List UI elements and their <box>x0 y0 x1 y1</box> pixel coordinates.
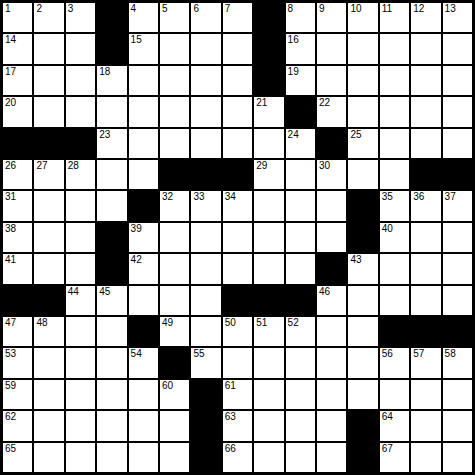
clue-number: 65 <box>5 443 16 455</box>
clue-number: 14 <box>5 34 16 46</box>
grid-cell[interactable] <box>129 411 158 440</box>
grid-cell[interactable]: 20 <box>3 97 32 126</box>
grid-cell[interactable]: 5 <box>160 3 189 32</box>
black-square <box>129 191 158 220</box>
grid-cell[interactable]: 52 <box>286 317 315 346</box>
grid-cell[interactable] <box>191 129 220 158</box>
grid-cell[interactable]: 2 <box>34 3 63 32</box>
grid-cell[interactable] <box>129 443 158 472</box>
grid-cell[interactable] <box>411 34 440 63</box>
grid-cell[interactable] <box>380 66 409 95</box>
grid-cell[interactable]: 50 <box>223 317 252 346</box>
clue-number: 32 <box>162 191 173 203</box>
grid-cell[interactable]: 61 <box>223 380 252 409</box>
clue-number: 47 <box>5 317 16 329</box>
grid-cell[interactable] <box>66 380 95 409</box>
grid-cell[interactable]: 8 <box>286 3 315 32</box>
grid-cell[interactable] <box>443 129 472 158</box>
clue-number: 48 <box>36 317 47 329</box>
grid-cell[interactable] <box>34 34 63 63</box>
grid-cell[interactable] <box>443 97 472 126</box>
clue-number: 7 <box>225 3 231 15</box>
clue-number: 45 <box>99 286 110 298</box>
clue-number: 20 <box>5 97 16 109</box>
grid-cell[interactable] <box>443 66 472 95</box>
grid-cell[interactable]: 11 <box>380 3 409 32</box>
grid-cell[interactable]: 37 <box>443 191 472 220</box>
grid-cell[interactable] <box>411 223 440 252</box>
black-square <box>348 191 377 220</box>
clue-number: 26 <box>5 160 16 172</box>
clue-number: 51 <box>256 317 267 329</box>
clue-number: 17 <box>5 66 16 78</box>
black-square <box>191 443 220 472</box>
grid-cell[interactable]: 27 <box>34 160 63 189</box>
black-square <box>97 3 126 32</box>
grid-cell[interactable]: 47 <box>3 317 32 346</box>
grid-cell[interactable] <box>97 97 126 126</box>
clue-number: 10 <box>350 3 361 15</box>
grid-cell[interactable] <box>380 160 409 189</box>
grid-cell[interactable]: 17 <box>3 66 32 95</box>
grid-cell[interactable] <box>223 66 252 95</box>
clue-number: 41 <box>5 254 16 266</box>
clue-number: 50 <box>225 317 236 329</box>
grid-cell[interactable]: 15 <box>129 34 158 63</box>
clue-number: 58 <box>445 348 456 360</box>
black-square <box>411 317 440 346</box>
grid-cell[interactable] <box>66 254 95 283</box>
grid-cell[interactable] <box>443 380 472 409</box>
grid-cell[interactable]: 60 <box>160 380 189 409</box>
black-square <box>317 254 346 283</box>
clue-number: 23 <box>99 129 110 141</box>
clue-number: 49 <box>162 317 173 329</box>
grid-cell[interactable]: 34 <box>223 191 252 220</box>
grid-cell[interactable]: 41 <box>3 254 32 283</box>
clue-number: 4 <box>131 3 137 15</box>
grid-cell[interactable] <box>348 348 377 377</box>
clue-number: 29 <box>256 160 267 172</box>
clue-number: 44 <box>68 286 79 298</box>
grid-cell[interactable] <box>191 66 220 95</box>
grid-cell[interactable] <box>254 223 283 252</box>
grid-cell[interactable] <box>97 317 126 346</box>
black-square <box>317 129 346 158</box>
grid-cell[interactable]: 57 <box>411 348 440 377</box>
grid-cell[interactable] <box>129 97 158 126</box>
grid-cell[interactable]: 30 <box>317 160 346 189</box>
clue-number: 67 <box>382 443 393 455</box>
grid-cell[interactable] <box>317 66 346 95</box>
grid-cell[interactable] <box>286 411 315 440</box>
grid-cell[interactable] <box>66 34 95 63</box>
grid-cell[interactable] <box>286 160 315 189</box>
clue-number: 43 <box>350 254 361 266</box>
grid-cell[interactable] <box>348 286 377 315</box>
black-square <box>223 160 252 189</box>
black-square <box>97 223 126 252</box>
black-square <box>34 286 63 315</box>
grid-cell[interactable] <box>66 411 95 440</box>
grid-cell[interactable]: 14 <box>3 34 32 63</box>
clue-number: 15 <box>131 34 142 46</box>
grid-cell[interactable]: 10 <box>348 3 377 32</box>
grid-cell[interactable] <box>34 66 63 95</box>
grid-cell[interactable] <box>160 443 189 472</box>
clue-number: 63 <box>225 411 236 423</box>
grid-cell[interactable] <box>380 34 409 63</box>
black-square <box>443 317 472 346</box>
grid-cell[interactable] <box>443 286 472 315</box>
black-square <box>286 286 315 315</box>
clue-number: 66 <box>225 443 236 455</box>
grid-cell[interactable] <box>66 317 95 346</box>
grid-cell[interactable] <box>223 254 252 283</box>
grid-cell[interactable]: 62 <box>3 411 32 440</box>
grid-cell[interactable]: 29 <box>254 160 283 189</box>
grid-cell[interactable] <box>254 129 283 158</box>
clue-number: 36 <box>413 191 424 203</box>
grid-cell[interactable]: 39 <box>129 223 158 252</box>
grid-cell[interactable] <box>129 129 158 158</box>
grid-cell[interactable] <box>254 380 283 409</box>
grid-cell[interactable]: 23 <box>97 129 126 158</box>
grid-cell[interactable] <box>66 66 95 95</box>
grid-cell[interactable]: 65 <box>3 443 32 472</box>
clue-number: 22 <box>319 97 330 109</box>
grid-cell[interactable]: 64 <box>380 411 409 440</box>
grid-cell[interactable]: 66 <box>223 443 252 472</box>
grid-cell[interactable]: 59 <box>3 380 32 409</box>
grid-cell[interactable] <box>411 443 440 472</box>
grid-cell[interactable]: 12 <box>411 3 440 32</box>
grid-cell[interactable] <box>191 97 220 126</box>
grid-cell[interactable]: 9 <box>317 3 346 32</box>
grid-cell[interactable] <box>380 254 409 283</box>
grid-cell[interactable]: 1 <box>3 3 32 32</box>
grid-cell[interactable] <box>317 380 346 409</box>
grid-cell[interactable] <box>254 443 283 472</box>
black-square <box>160 160 189 189</box>
clue-number: 27 <box>36 160 47 172</box>
black-square <box>3 129 32 158</box>
clue-number: 52 <box>288 317 299 329</box>
grid-cell[interactable] <box>348 66 377 95</box>
crossword-board: 1234567891011121314151617181920212223242… <box>0 0 475 475</box>
clue-number: 33 <box>193 191 204 203</box>
grid-cell[interactable] <box>348 34 377 63</box>
grid-cell[interactable]: 45 <box>97 286 126 315</box>
grid-cell[interactable]: 4 <box>129 3 158 32</box>
grid-cell[interactable]: 48 <box>34 317 63 346</box>
black-square <box>348 223 377 252</box>
grid-cell[interactable] <box>34 443 63 472</box>
clue-number: 39 <box>131 223 142 235</box>
grid-cell[interactable] <box>223 97 252 126</box>
grid-cell[interactable] <box>254 254 283 283</box>
grid-cell[interactable]: 16 <box>286 34 315 63</box>
grid-cell[interactable] <box>411 411 440 440</box>
grid-cell[interactable] <box>348 97 377 126</box>
black-square <box>254 34 283 63</box>
grid-cell[interactable] <box>223 34 252 63</box>
grid-cell[interactable] <box>380 380 409 409</box>
grid-cell[interactable] <box>160 66 189 95</box>
grid-cell[interactable]: 36 <box>411 191 440 220</box>
grid-cell[interactable] <box>317 34 346 63</box>
grid-cell[interactable]: 7 <box>223 3 252 32</box>
grid-cell[interactable]: 18 <box>97 66 126 95</box>
grid-cell[interactable] <box>34 97 63 126</box>
clue-number: 19 <box>288 66 299 78</box>
grid-cell[interactable]: 63 <box>223 411 252 440</box>
grid-cell[interactable] <box>129 160 158 189</box>
black-square <box>160 348 189 377</box>
grid-cell[interactable] <box>97 348 126 377</box>
clue-number: 34 <box>225 191 236 203</box>
grid-cell[interactable] <box>129 380 158 409</box>
grid-cell[interactable] <box>97 380 126 409</box>
clue-number: 21 <box>256 97 267 109</box>
grid-cell[interactable] <box>317 348 346 377</box>
grid-cell[interactable] <box>191 286 220 315</box>
grid-cell[interactable]: 49 <box>160 317 189 346</box>
black-square <box>286 97 315 126</box>
clue-number: 55 <box>193 348 204 360</box>
grid-cell[interactable]: 21 <box>254 97 283 126</box>
black-square <box>380 317 409 346</box>
grid-cell[interactable] <box>66 191 95 220</box>
black-square <box>191 380 220 409</box>
clue-number: 11 <box>382 3 392 15</box>
grid-cell[interactable]: 25 <box>348 129 377 158</box>
grid-cell[interactable] <box>160 223 189 252</box>
grid-cell[interactable] <box>66 443 95 472</box>
grid-cell[interactable] <box>160 411 189 440</box>
grid-cell[interactable] <box>97 411 126 440</box>
clue-number: 62 <box>5 411 16 423</box>
clue-number: 2 <box>36 3 42 15</box>
grid-cell[interactable] <box>317 411 346 440</box>
grid-cell[interactable] <box>443 223 472 252</box>
grid-cell[interactable] <box>443 34 472 63</box>
grid-cell[interactable] <box>317 317 346 346</box>
grid-cell[interactable] <box>191 317 220 346</box>
grid-cell[interactable]: 42 <box>129 254 158 283</box>
grid-cell[interactable] <box>254 348 283 377</box>
grid-cell[interactable] <box>34 380 63 409</box>
grid-cell[interactable] <box>317 223 346 252</box>
grid-cell[interactable] <box>254 191 283 220</box>
clue-number: 28 <box>68 160 79 172</box>
grid-cell[interactable] <box>348 317 377 346</box>
grid-cell[interactable] <box>160 129 189 158</box>
grid-cell[interactable] <box>34 223 63 252</box>
grid-cell[interactable] <box>286 380 315 409</box>
grid-cell[interactable] <box>66 223 95 252</box>
grid-cell[interactable]: 67 <box>380 443 409 472</box>
grid-cell[interactable]: 44 <box>66 286 95 315</box>
grid-cell[interactable]: 35 <box>380 191 409 220</box>
clue-number: 59 <box>5 380 16 392</box>
grid-cell[interactable] <box>97 443 126 472</box>
grid-cell[interactable]: 33 <box>191 191 220 220</box>
grid-cell[interactable]: 38 <box>3 223 32 252</box>
grid-cell[interactable]: 54 <box>129 348 158 377</box>
grid-cell[interactable] <box>97 160 126 189</box>
grid-cell[interactable] <box>348 380 377 409</box>
grid-cell[interactable] <box>223 348 252 377</box>
grid-cell[interactable]: 19 <box>286 66 315 95</box>
grid-cell[interactable]: 6 <box>191 3 220 32</box>
black-square <box>129 317 158 346</box>
black-square <box>443 160 472 189</box>
clue-number: 42 <box>131 254 142 266</box>
grid-cell[interactable] <box>286 223 315 252</box>
black-square <box>223 286 252 315</box>
grid-cell[interactable]: 53 <box>3 348 32 377</box>
clue-number: 35 <box>382 191 393 203</box>
clue-number: 16 <box>288 34 299 46</box>
grid-cell[interactable] <box>34 254 63 283</box>
black-square <box>34 129 63 158</box>
grid-cell[interactable] <box>317 191 346 220</box>
grid-cell[interactable] <box>160 97 189 126</box>
grid-cell[interactable] <box>380 129 409 158</box>
grid-cell[interactable] <box>380 286 409 315</box>
grid-cell[interactable] <box>348 160 377 189</box>
grid-cell[interactable]: 56 <box>380 348 409 377</box>
grid-cell[interactable] <box>34 191 63 220</box>
grid-cell[interactable]: 26 <box>3 160 32 189</box>
grid-cell[interactable] <box>286 254 315 283</box>
clue-number: 5 <box>162 3 168 15</box>
grid-cell[interactable] <box>191 223 220 252</box>
grid-cell[interactable] <box>66 97 95 126</box>
grid-cell[interactable] <box>411 380 440 409</box>
grid-cell[interactable] <box>129 286 158 315</box>
clue-number: 40 <box>382 223 393 235</box>
grid-cell[interactable] <box>443 443 472 472</box>
grid-cell[interactable] <box>160 286 189 315</box>
clue-number: 8 <box>288 3 294 15</box>
grid-cell[interactable] <box>411 97 440 126</box>
black-square <box>348 443 377 472</box>
grid-cell[interactable] <box>286 348 315 377</box>
clue-number: 61 <box>225 380 236 392</box>
clue-number: 64 <box>382 411 393 423</box>
grid-cell[interactable] <box>286 191 315 220</box>
clue-number: 57 <box>413 348 424 360</box>
grid-cell[interactable]: 40 <box>380 223 409 252</box>
grid-cell[interactable] <box>191 34 220 63</box>
grid-cell[interactable] <box>191 254 220 283</box>
black-square <box>66 129 95 158</box>
grid-cell[interactable] <box>443 411 472 440</box>
clue-number: 53 <box>5 348 16 360</box>
grid-cell[interactable]: 24 <box>286 129 315 158</box>
grid-cell[interactable]: 51 <box>254 317 283 346</box>
clue-number: 18 <box>99 66 110 78</box>
grid-cell[interactable] <box>129 66 158 95</box>
grid-cell[interactable] <box>286 443 315 472</box>
grid-cell[interactable] <box>223 223 252 252</box>
grid-cell[interactable]: 28 <box>66 160 95 189</box>
black-square <box>254 66 283 95</box>
grid-cell[interactable]: 58 <box>443 348 472 377</box>
grid-cell[interactable]: 32 <box>160 191 189 220</box>
grid-cell[interactable]: 31 <box>3 191 32 220</box>
black-square <box>348 411 377 440</box>
grid-cell[interactable] <box>34 348 63 377</box>
clue-number: 25 <box>350 129 361 141</box>
grid-cell[interactable] <box>223 129 252 158</box>
black-square <box>97 34 126 63</box>
grid-cell[interactable] <box>97 191 126 220</box>
grid-cell[interactable] <box>380 97 409 126</box>
grid-cell[interactable] <box>34 411 63 440</box>
black-square <box>97 254 126 283</box>
clue-number: 24 <box>288 129 299 141</box>
clue-number: 38 <box>5 223 16 235</box>
clue-number: 12 <box>413 3 424 15</box>
clue-number: 13 <box>445 3 456 15</box>
grid-cell[interactable] <box>66 348 95 377</box>
clue-number: 6 <box>193 3 199 15</box>
clue-number: 60 <box>162 380 173 392</box>
grid-cell[interactable] <box>411 286 440 315</box>
black-square <box>254 286 283 315</box>
grid-cell[interactable] <box>317 443 346 472</box>
clue-number: 56 <box>382 348 393 360</box>
grid-cell[interactable]: 55 <box>191 348 220 377</box>
black-square <box>3 286 32 315</box>
clue-number: 54 <box>131 348 142 360</box>
black-square <box>191 411 220 440</box>
grid-cell[interactable] <box>254 411 283 440</box>
grid-cell[interactable]: 22 <box>317 97 346 126</box>
crossword-puzzle: 1234567891011121314151617181920212223242… <box>0 0 475 475</box>
black-square <box>191 160 220 189</box>
grid-cell[interactable] <box>411 129 440 158</box>
clue-number: 37 <box>445 191 456 203</box>
grid-cell[interactable]: 13 <box>443 3 472 32</box>
black-square <box>254 3 283 32</box>
grid-cell[interactable]: 43 <box>348 254 377 283</box>
grid-cell[interactable] <box>411 254 440 283</box>
clue-number: 31 <box>5 191 16 203</box>
clue-number: 9 <box>319 3 325 15</box>
black-square <box>411 160 440 189</box>
grid-cell[interactable] <box>160 34 189 63</box>
clue-number: 46 <box>319 286 330 298</box>
clue-number: 3 <box>68 3 74 15</box>
grid-cell[interactable] <box>411 66 440 95</box>
grid-cell[interactable]: 46 <box>317 286 346 315</box>
grid-cell[interactable] <box>160 254 189 283</box>
grid-cell[interactable]: 3 <box>66 3 95 32</box>
clue-number: 1 <box>5 3 11 15</box>
grid-cell[interactable] <box>443 254 472 283</box>
clue-number: 30 <box>319 160 330 172</box>
